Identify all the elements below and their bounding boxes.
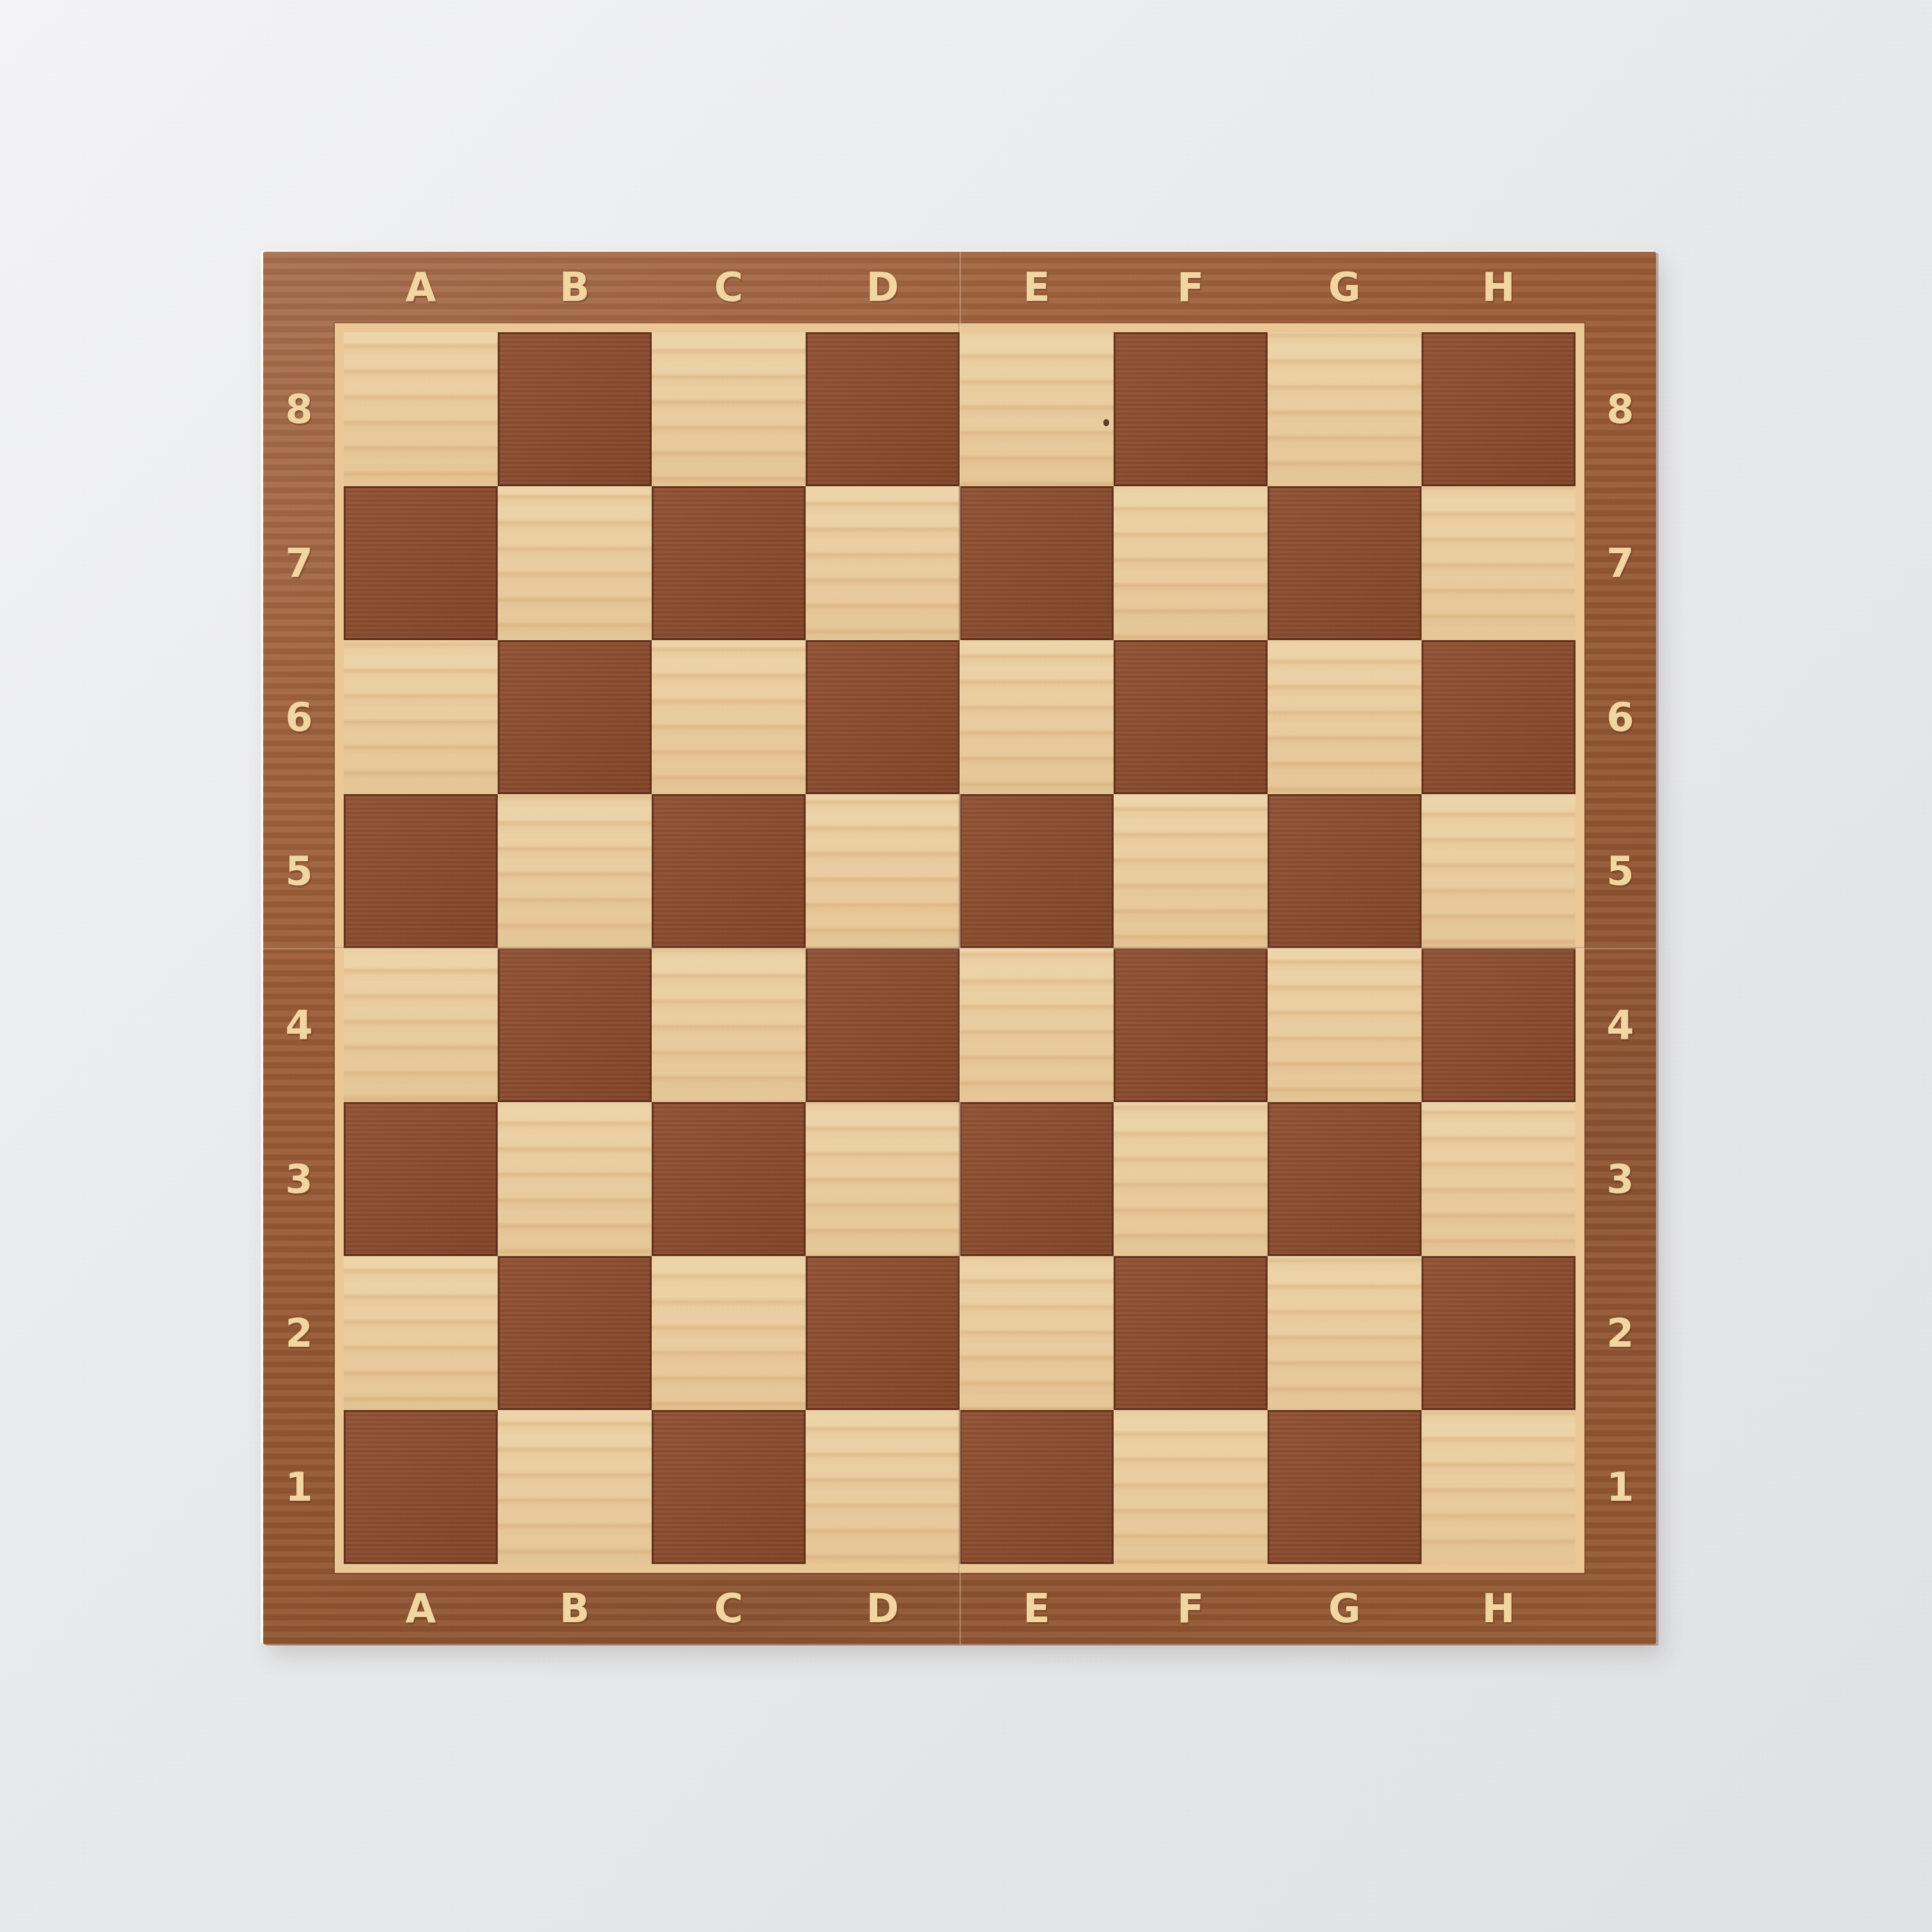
square-g7[interactable] — [1268, 486, 1422, 640]
square-f5[interactable] — [1114, 794, 1268, 948]
square-e2[interactable] — [960, 1256, 1114, 1410]
file-label-top-h: H — [1482, 268, 1515, 307]
rank-label-left-7: 7 — [285, 544, 312, 583]
file-label-top-c: C — [714, 268, 744, 307]
square-h5[interactable] — [1422, 794, 1575, 948]
square-b4[interactable] — [498, 948, 652, 1102]
chess-board: AABBCCDDEEFFGGHH8877665544332211 — [263, 252, 1656, 1644]
square-c7[interactable] — [652, 486, 806, 640]
file-label-top-g: G — [1328, 268, 1361, 307]
square-d4[interactable] — [806, 948, 960, 1102]
square-c8[interactable] — [652, 332, 806, 486]
square-e7[interactable] — [960, 486, 1114, 640]
square-e4[interactable] — [960, 948, 1114, 1102]
square-h2[interactable] — [1422, 1256, 1575, 1410]
file-label-top-e: E — [1023, 268, 1050, 307]
square-b8[interactable] — [498, 332, 652, 486]
surface-speck — [1103, 419, 1109, 426]
square-g6[interactable] — [1268, 640, 1422, 794]
file-label-bottom-b: B — [560, 1589, 590, 1629]
rank-label-right-4: 4 — [1606, 1006, 1634, 1045]
square-b7[interactable] — [498, 486, 652, 640]
square-h6[interactable] — [1422, 640, 1575, 794]
square-h3[interactable] — [1422, 1102, 1575, 1256]
file-label-top-f: F — [1177, 268, 1204, 307]
square-h8[interactable] — [1422, 332, 1575, 486]
square-b3[interactable] — [498, 1102, 652, 1256]
square-d8[interactable] — [806, 332, 960, 486]
square-f4[interactable] — [1114, 948, 1268, 1102]
file-label-top-a: A — [406, 268, 436, 307]
file-label-bottom-d: D — [866, 1589, 899, 1629]
square-c6[interactable] — [652, 640, 806, 794]
square-g8[interactable] — [1268, 332, 1422, 486]
square-a1[interactable] — [344, 1410, 498, 1564]
square-d1[interactable] — [806, 1410, 960, 1564]
square-a3[interactable] — [344, 1102, 498, 1256]
file-label-bottom-f: F — [1177, 1589, 1204, 1629]
file-label-bottom-c: C — [714, 1589, 744, 1629]
rank-label-left-5: 5 — [285, 852, 312, 891]
rank-label-left-4: 4 — [285, 1006, 312, 1045]
square-f6[interactable] — [1114, 640, 1268, 794]
square-e1[interactable] — [960, 1410, 1114, 1564]
file-label-top-b: B — [560, 268, 590, 307]
file-label-bottom-h: H — [1482, 1589, 1515, 1629]
rank-label-left-8: 8 — [285, 390, 312, 429]
square-g4[interactable] — [1268, 948, 1422, 1102]
square-d3[interactable] — [806, 1102, 960, 1256]
square-c5[interactable] — [652, 794, 806, 948]
square-g1[interactable] — [1268, 1410, 1422, 1564]
square-g3[interactable] — [1268, 1102, 1422, 1256]
square-d6[interactable] — [806, 640, 960, 794]
rank-label-right-6: 6 — [1606, 698, 1634, 737]
square-e6[interactable] — [960, 640, 1114, 794]
rank-label-left-3: 3 — [285, 1160, 312, 1199]
square-a2[interactable] — [344, 1256, 498, 1410]
square-f8[interactable] — [1114, 332, 1268, 486]
square-c1[interactable] — [652, 1410, 806, 1564]
square-e8[interactable] — [960, 332, 1114, 486]
rank-label-right-5: 5 — [1606, 852, 1634, 891]
square-f2[interactable] — [1114, 1256, 1268, 1410]
photo-background: AABBCCDDEEFFGGHH8877665544332211 — [0, 0, 1932, 1932]
square-g5[interactable] — [1268, 794, 1422, 948]
square-a5[interactable] — [344, 794, 498, 948]
square-a6[interactable] — [344, 640, 498, 794]
square-d5[interactable] — [806, 794, 960, 948]
horizontal-fold-crease — [263, 947, 1656, 949]
square-b5[interactable] — [498, 794, 652, 948]
rank-label-right-3: 3 — [1606, 1160, 1634, 1199]
square-f3[interactable] — [1114, 1102, 1268, 1256]
square-e3[interactable] — [960, 1102, 1114, 1256]
square-b6[interactable] — [498, 640, 652, 794]
file-label-top-d: D — [866, 268, 899, 307]
rank-label-left-1: 1 — [285, 1468, 312, 1507]
rank-label-right-1: 1 — [1606, 1468, 1634, 1507]
square-a8[interactable] — [344, 332, 498, 486]
rank-label-right-2: 2 — [1606, 1314, 1634, 1353]
square-a4[interactable] — [344, 948, 498, 1102]
file-label-bottom-g: G — [1328, 1589, 1361, 1629]
square-h1[interactable] — [1422, 1410, 1575, 1564]
square-d2[interactable] — [806, 1256, 960, 1410]
square-f7[interactable] — [1114, 486, 1268, 640]
rank-label-left-6: 6 — [285, 698, 312, 737]
square-a7[interactable] — [344, 486, 498, 640]
square-h7[interactable] — [1422, 486, 1575, 640]
square-c3[interactable] — [652, 1102, 806, 1256]
rank-label-right-7: 7 — [1606, 544, 1634, 583]
square-g2[interactable] — [1268, 1256, 1422, 1410]
square-b1[interactable] — [498, 1410, 652, 1564]
file-label-bottom-a: A — [406, 1589, 436, 1629]
rank-label-left-2: 2 — [285, 1314, 312, 1353]
square-h4[interactable] — [1422, 948, 1575, 1102]
square-e5[interactable] — [960, 794, 1114, 948]
square-b2[interactable] — [498, 1256, 652, 1410]
square-c4[interactable] — [652, 948, 806, 1102]
square-f1[interactable] — [1114, 1410, 1268, 1564]
rank-label-right-8: 8 — [1606, 390, 1634, 429]
square-c2[interactable] — [652, 1256, 806, 1410]
square-d7[interactable] — [806, 486, 960, 640]
file-label-bottom-e: E — [1023, 1589, 1050, 1629]
